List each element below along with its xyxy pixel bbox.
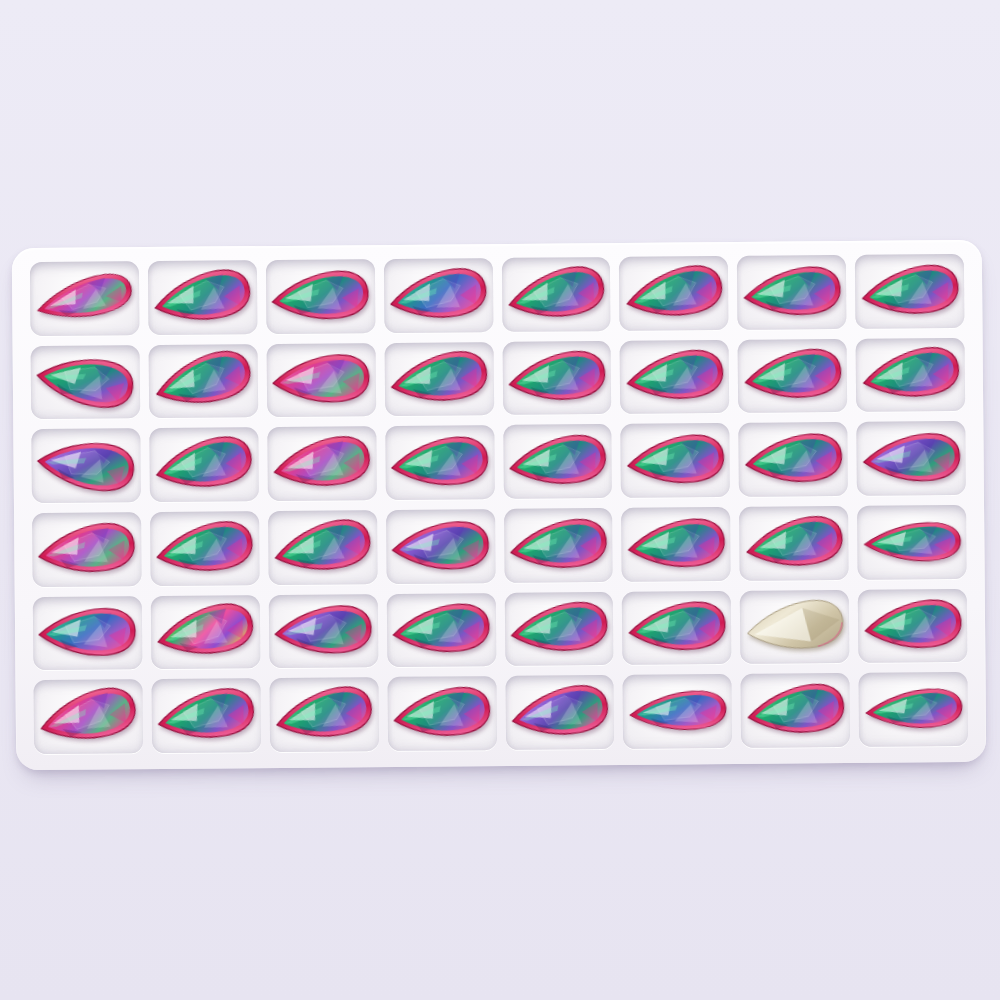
tray-grid xyxy=(30,254,968,754)
tray-cell xyxy=(737,255,847,330)
rhinestone xyxy=(502,257,609,331)
rhinestone-tray xyxy=(12,240,987,770)
rhinestone xyxy=(149,341,258,421)
rhinestone xyxy=(740,342,845,410)
tray-cell xyxy=(267,426,377,501)
rhinestone xyxy=(857,257,962,325)
rhinestone xyxy=(863,684,964,736)
tray-cell xyxy=(32,512,142,587)
rhinestone xyxy=(627,686,728,738)
rhinestone xyxy=(270,349,372,411)
rhinestone xyxy=(862,518,962,566)
tray-cell xyxy=(621,507,731,582)
tray-cell xyxy=(266,343,376,418)
tray-cell xyxy=(856,338,966,413)
rhinestone xyxy=(149,260,256,334)
tray-cell xyxy=(30,261,140,336)
rhinestone xyxy=(504,344,609,412)
tray-cell xyxy=(383,258,493,333)
rhinestone xyxy=(152,513,258,584)
rhinestone xyxy=(34,678,142,755)
tray-cell xyxy=(148,260,258,335)
rhinestone xyxy=(740,260,843,325)
rhinestone xyxy=(857,339,963,410)
tray-cell xyxy=(502,341,612,416)
rhinestone xyxy=(389,598,492,663)
rhinestone-flipped xyxy=(742,593,847,661)
tray-cell xyxy=(505,675,615,750)
rhinestone xyxy=(385,260,491,331)
tray-cell xyxy=(385,425,495,500)
tray-cell xyxy=(269,677,379,752)
tray-cell xyxy=(31,428,141,503)
rhinestone xyxy=(272,600,374,662)
tray-cell xyxy=(269,594,379,669)
tray-cell xyxy=(148,344,258,419)
rhinestone xyxy=(741,508,847,579)
rhinestone xyxy=(625,596,728,661)
rhinestone xyxy=(389,516,491,578)
rhinestone xyxy=(386,344,492,415)
rhinestone xyxy=(860,428,962,490)
rhinestone xyxy=(388,430,491,495)
rhinestone xyxy=(153,680,259,751)
tray-cell xyxy=(741,673,851,748)
rhinestone xyxy=(389,680,494,748)
tray-cell xyxy=(739,506,849,581)
tray-cell xyxy=(858,589,968,664)
tray-cell xyxy=(739,422,849,497)
tray-cell xyxy=(856,421,966,496)
rhinestone xyxy=(622,343,727,411)
tray-cell xyxy=(855,254,965,329)
rhinestone xyxy=(269,510,376,584)
rhinestone xyxy=(624,512,727,577)
tray-cell xyxy=(31,345,141,420)
tray-cell xyxy=(623,674,733,749)
tray-cell xyxy=(501,257,611,332)
tray-cell xyxy=(857,505,967,580)
rhinestone xyxy=(505,428,610,496)
rhinestone xyxy=(269,264,372,329)
tray-cell xyxy=(621,423,731,498)
tray-cell xyxy=(384,342,494,417)
rhinestone xyxy=(624,428,727,493)
rhinestone xyxy=(506,511,611,579)
tray-cell xyxy=(503,424,613,499)
tray-cell xyxy=(619,256,729,331)
rhinestone xyxy=(35,434,138,497)
rhinestone xyxy=(270,678,377,752)
tray-cell xyxy=(386,593,496,668)
tray-cell xyxy=(149,427,259,502)
tray-cell xyxy=(34,679,144,754)
rhinestone xyxy=(32,265,138,332)
rhinestone xyxy=(507,677,613,748)
photo-background xyxy=(0,0,1000,1000)
tray-cell xyxy=(859,672,969,747)
rhinestone xyxy=(861,594,964,659)
tray-cell xyxy=(740,590,850,665)
tray-cell xyxy=(620,340,730,415)
rhinestone xyxy=(37,604,137,662)
tray-cell xyxy=(738,339,848,414)
rhinestone xyxy=(150,428,257,502)
tray-cell xyxy=(504,508,614,583)
tray-cell xyxy=(33,596,143,671)
tray-cell xyxy=(268,510,378,585)
rhinestone xyxy=(743,677,848,745)
rhinestone xyxy=(269,428,375,499)
tray-cell xyxy=(622,591,732,666)
rhinestone xyxy=(33,349,137,415)
tray-cell xyxy=(151,678,261,753)
rhinestone xyxy=(507,595,612,663)
rhinestone xyxy=(152,595,259,669)
rhinestone xyxy=(620,256,727,330)
tray-cell xyxy=(504,592,614,667)
tray-cell xyxy=(386,509,496,584)
tray-cell xyxy=(266,259,376,334)
rhinestone xyxy=(34,515,139,583)
tray-cell xyxy=(151,595,261,670)
rhinestone xyxy=(742,427,845,492)
tray-cell xyxy=(150,511,260,586)
tray-cell xyxy=(387,676,497,751)
